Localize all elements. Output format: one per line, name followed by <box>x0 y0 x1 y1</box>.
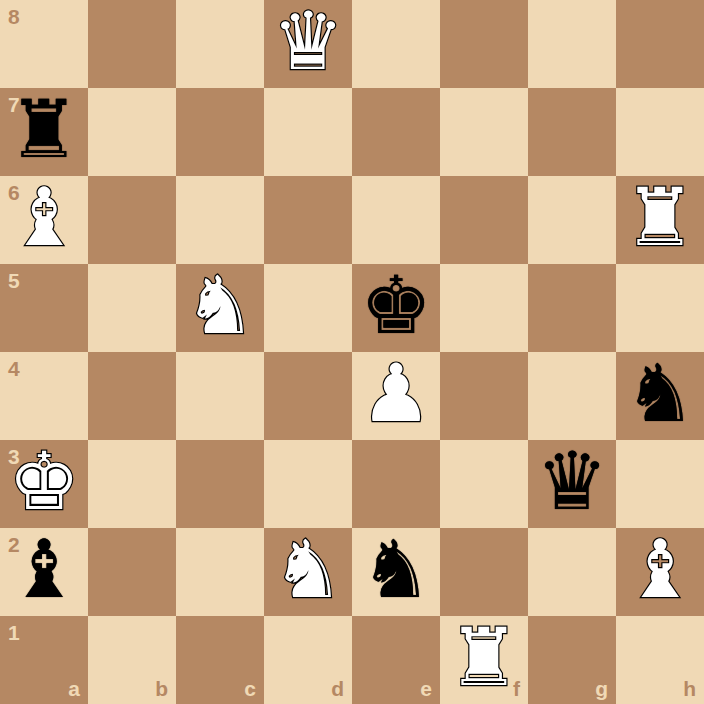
square-b3[interactable] <box>88 440 176 528</box>
piece-white-pawn-e4[interactable]: ♟ <box>360 354 432 434</box>
square-b6[interactable] <box>88 176 176 264</box>
file-label-h: h <box>683 678 696 699</box>
square-f4[interactable] <box>440 352 528 440</box>
square-h3[interactable] <box>616 440 704 528</box>
piece-white-rook-f1[interactable]: ♜ <box>448 618 520 698</box>
piece-white-bishop-h2[interactable]: ♝ <box>624 530 696 610</box>
square-d5[interactable] <box>264 264 352 352</box>
square-e5[interactable]: ♚ <box>352 264 440 352</box>
piece-white-knight-c5[interactable]: ♞ <box>184 266 256 346</box>
square-c3[interactable] <box>176 440 264 528</box>
square-c5[interactable]: ♞ <box>176 264 264 352</box>
square-g3[interactable]: ♛ <box>528 440 616 528</box>
square-b1[interactable]: b <box>88 616 176 704</box>
square-e7[interactable] <box>352 88 440 176</box>
square-a1[interactable]: 1a <box>0 616 88 704</box>
piece-black-queen-g3[interactable]: ♛ <box>536 442 608 522</box>
square-c7[interactable] <box>176 88 264 176</box>
square-f7[interactable] <box>440 88 528 176</box>
square-f3[interactable] <box>440 440 528 528</box>
square-e1[interactable]: e <box>352 616 440 704</box>
square-a5[interactable]: 5 <box>0 264 88 352</box>
square-b4[interactable] <box>88 352 176 440</box>
square-g7[interactable] <box>528 88 616 176</box>
rank-label-4: 4 <box>8 358 20 379</box>
chess-board: 8♛7♜6♝♜5♞♚4♟♞3♚♛2♝♞♞♝1abcdef♜gh <box>0 0 704 704</box>
piece-black-bishop-a2[interactable]: ♝ <box>8 530 80 610</box>
square-f2[interactable] <box>440 528 528 616</box>
square-e8[interactable] <box>352 0 440 88</box>
square-d4[interactable] <box>264 352 352 440</box>
piece-white-king-a3[interactable]: ♚ <box>8 442 80 522</box>
square-d6[interactable] <box>264 176 352 264</box>
piece-black-king-e5[interactable]: ♚ <box>360 266 432 346</box>
square-h8[interactable] <box>616 0 704 88</box>
square-h7[interactable] <box>616 88 704 176</box>
square-h1[interactable]: h <box>616 616 704 704</box>
piece-black-rook-a7[interactable]: ♜ <box>8 90 80 170</box>
square-e2[interactable]: ♞ <box>352 528 440 616</box>
square-d8[interactable]: ♛ <box>264 0 352 88</box>
square-c8[interactable] <box>176 0 264 88</box>
square-e4[interactable]: ♟ <box>352 352 440 440</box>
square-f1[interactable]: f♜ <box>440 616 528 704</box>
piece-black-knight-e2[interactable]: ♞ <box>360 530 432 610</box>
square-c1[interactable]: c <box>176 616 264 704</box>
piece-white-knight-d2[interactable]: ♞ <box>272 530 344 610</box>
square-c6[interactable] <box>176 176 264 264</box>
file-label-e: e <box>420 678 432 699</box>
square-a7[interactable]: 7♜ <box>0 88 88 176</box>
square-g6[interactable] <box>528 176 616 264</box>
rank-label-5: 5 <box>8 270 20 291</box>
square-h4[interactable]: ♞ <box>616 352 704 440</box>
square-g1[interactable]: g <box>528 616 616 704</box>
square-a6[interactable]: 6♝ <box>0 176 88 264</box>
piece-white-rook-h6[interactable]: ♜ <box>624 178 696 258</box>
square-d7[interactable] <box>264 88 352 176</box>
square-e6[interactable] <box>352 176 440 264</box>
square-b5[interactable] <box>88 264 176 352</box>
square-h6[interactable]: ♜ <box>616 176 704 264</box>
piece-white-bishop-a6[interactable]: ♝ <box>8 178 80 258</box>
square-f5[interactable] <box>440 264 528 352</box>
square-b7[interactable] <box>88 88 176 176</box>
square-a4[interactable]: 4 <box>0 352 88 440</box>
square-g5[interactable] <box>528 264 616 352</box>
file-label-g: g <box>595 678 608 699</box>
square-e3[interactable] <box>352 440 440 528</box>
square-d3[interactable] <box>264 440 352 528</box>
rank-label-1: 1 <box>8 622 20 643</box>
square-b2[interactable] <box>88 528 176 616</box>
square-g8[interactable] <box>528 0 616 88</box>
square-g2[interactable] <box>528 528 616 616</box>
square-g4[interactable] <box>528 352 616 440</box>
square-a3[interactable]: 3♚ <box>0 440 88 528</box>
square-c2[interactable] <box>176 528 264 616</box>
square-a2[interactable]: 2♝ <box>0 528 88 616</box>
square-h5[interactable] <box>616 264 704 352</box>
square-a8[interactable]: 8 <box>0 0 88 88</box>
square-f6[interactable] <box>440 176 528 264</box>
square-d1[interactable]: d <box>264 616 352 704</box>
piece-black-knight-h4[interactable]: ♞ <box>624 354 696 434</box>
piece-white-queen-d8[interactable]: ♛ <box>272 2 344 82</box>
file-label-c: c <box>244 678 256 699</box>
file-label-d: d <box>331 678 344 699</box>
square-f8[interactable] <box>440 0 528 88</box>
file-label-b: b <box>155 678 168 699</box>
square-b8[interactable] <box>88 0 176 88</box>
square-h2[interactable]: ♝ <box>616 528 704 616</box>
square-d2[interactable]: ♞ <box>264 528 352 616</box>
square-c4[interactable] <box>176 352 264 440</box>
file-label-a: a <box>68 678 80 699</box>
rank-label-8: 8 <box>8 6 20 27</box>
